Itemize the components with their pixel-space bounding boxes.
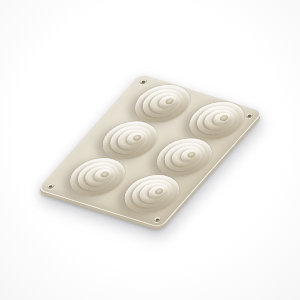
corner-hole [138, 79, 148, 85]
silicone-mold-plate [37, 73, 264, 228]
corner-hole-center [49, 185, 53, 188]
corner-hole [152, 216, 162, 222]
photo-scene [0, 0, 300, 300]
corner-hole [46, 183, 56, 189]
corner-hole-center [155, 218, 159, 221]
product-photo [0, 0, 300, 300]
corner-hole [245, 113, 255, 119]
corner-hole-center [247, 114, 251, 117]
corner-hole-center [141, 80, 145, 83]
